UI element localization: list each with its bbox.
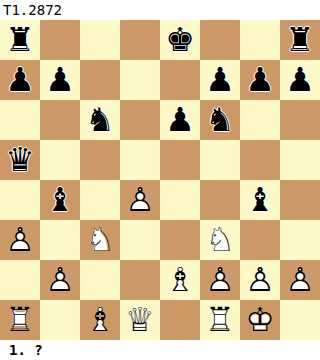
piece-glyph: ♞	[80, 100, 120, 140]
square-e1[interactable]	[160, 300, 200, 340]
square-h7[interactable]: ♟	[280, 60, 320, 100]
piece-glyph: ♚	[160, 20, 200, 60]
piece-glyph-outline: ♖	[200, 300, 240, 340]
piece-glyph: ♟	[240, 60, 280, 100]
square-a2[interactable]	[0, 260, 40, 300]
square-g8[interactable]	[240, 20, 280, 60]
square-b2[interactable]: ♟♙	[40, 260, 80, 300]
black-king-e8[interactable]: ♚	[160, 20, 200, 60]
square-g7[interactable]: ♟	[240, 60, 280, 100]
piece-glyph: ♝	[240, 180, 280, 220]
black-pawn-g7[interactable]: ♟	[240, 60, 280, 100]
square-h5[interactable]	[280, 140, 320, 180]
black-knight-f6[interactable]: ♞	[200, 100, 240, 140]
square-a4[interactable]	[0, 180, 40, 220]
square-a1[interactable]: ♜♖	[0, 300, 40, 340]
white-king-g1[interactable]: ♚♔	[240, 300, 280, 340]
square-c4[interactable]	[80, 180, 120, 220]
piece-glyph: ♝	[40, 180, 80, 220]
piece-glyph: ♟	[200, 60, 240, 100]
square-b8[interactable]	[40, 20, 80, 60]
square-a3[interactable]: ♟♙	[0, 220, 40, 260]
piece-glyph: ♟	[0, 60, 40, 100]
square-b1[interactable]	[40, 300, 80, 340]
piece-glyph: ♛	[0, 140, 40, 180]
chess-board: ♜♚♜♟♟♟♟♟♞♟♞♛♝♟♙♝♟♙♞♘♞♘♟♙♝♗♟♙♟♙♟♙♜♖♝♗♛♕♜♖…	[0, 20, 320, 340]
white-bishop-c1[interactable]: ♝♗	[80, 300, 120, 340]
square-a7[interactable]: ♟	[0, 60, 40, 100]
square-c1[interactable]: ♝♗	[80, 300, 120, 340]
square-g2[interactable]: ♟♙	[240, 260, 280, 300]
move-prompt: 1. ?	[0, 340, 320, 360]
square-d4[interactable]: ♟♙	[120, 180, 160, 220]
square-d1[interactable]: ♛♕	[120, 300, 160, 340]
white-pawn-a3[interactable]: ♟♙	[0, 220, 40, 260]
square-h4[interactable]	[280, 180, 320, 220]
piece-glyph-outline: ♙	[280, 260, 320, 300]
white-pawn-f2[interactable]: ♟♙	[200, 260, 240, 300]
square-h3[interactable]	[280, 220, 320, 260]
piece-glyph: ♟	[280, 60, 320, 100]
piece-glyph-outline: ♙	[200, 260, 240, 300]
white-queen-d1[interactable]: ♛♕	[120, 300, 160, 340]
black-pawn-h7[interactable]: ♟	[280, 60, 320, 100]
square-a6[interactable]	[0, 100, 40, 140]
square-e6[interactable]: ♟	[160, 100, 200, 140]
white-pawn-h2[interactable]: ♟♙	[280, 260, 320, 300]
square-h6[interactable]	[280, 100, 320, 140]
square-a5[interactable]: ♛	[0, 140, 40, 180]
square-h8[interactable]: ♜	[280, 20, 320, 60]
black-bishop-g4[interactable]: ♝	[240, 180, 280, 220]
square-b6[interactable]	[40, 100, 80, 140]
square-d6[interactable]	[120, 100, 160, 140]
square-c5[interactable]	[80, 140, 120, 180]
square-d8[interactable]	[120, 20, 160, 60]
square-a8[interactable]: ♜	[0, 20, 40, 60]
square-e5[interactable]	[160, 140, 200, 180]
white-pawn-d4[interactable]: ♟♙	[120, 180, 160, 220]
square-e8[interactable]: ♚	[160, 20, 200, 60]
piece-glyph-outline: ♔	[240, 300, 280, 340]
piece-glyph: ♟	[40, 60, 80, 100]
square-h2[interactable]: ♟♙	[280, 260, 320, 300]
square-c2[interactable]	[80, 260, 120, 300]
square-f1[interactable]: ♜♖	[200, 300, 240, 340]
black-pawn-a7[interactable]: ♟	[0, 60, 40, 100]
square-e3[interactable]	[160, 220, 200, 260]
piece-glyph-outline: ♗	[160, 260, 200, 300]
square-b3[interactable]	[40, 220, 80, 260]
piece-glyph-outline: ♙	[0, 220, 40, 260]
piece-glyph-outline: ♘	[80, 220, 120, 260]
white-bishop-e2[interactable]: ♝♗	[160, 260, 200, 300]
piece-glyph-outline: ♕	[120, 300, 160, 340]
black-rook-a8[interactable]: ♜	[0, 20, 40, 60]
piece-glyph: ♜	[280, 20, 320, 60]
black-knight-c6[interactable]: ♞	[80, 100, 120, 140]
piece-glyph-outline: ♘	[200, 220, 240, 260]
square-h1[interactable]	[280, 300, 320, 340]
square-g3[interactable]	[240, 220, 280, 260]
square-b4[interactable]: ♝	[40, 180, 80, 220]
black-rook-h8[interactable]: ♜	[280, 20, 320, 60]
square-f3[interactable]: ♞♘	[200, 220, 240, 260]
piece-glyph: ♞	[200, 100, 240, 140]
piece-glyph-outline: ♙	[120, 180, 160, 220]
square-c7[interactable]	[80, 60, 120, 100]
square-d5[interactable]	[120, 140, 160, 180]
square-f2[interactable]: ♟♙	[200, 260, 240, 300]
square-b7[interactable]: ♟	[40, 60, 80, 100]
square-d2[interactable]	[120, 260, 160, 300]
piece-glyph-outline: ♙	[240, 260, 280, 300]
white-pawn-g2[interactable]: ♟♙	[240, 260, 280, 300]
square-f8[interactable]	[200, 20, 240, 60]
square-c8[interactable]	[80, 20, 120, 60]
square-f6[interactable]: ♞	[200, 100, 240, 140]
square-g1[interactable]: ♚♔	[240, 300, 280, 340]
square-e4[interactable]	[160, 180, 200, 220]
square-c3[interactable]: ♞♘	[80, 220, 120, 260]
white-rook-f1[interactable]: ♜♖	[200, 300, 240, 340]
square-f4[interactable]	[200, 180, 240, 220]
square-d7[interactable]	[120, 60, 160, 100]
piece-glyph: ♟	[160, 100, 200, 140]
square-c6[interactable]: ♞	[80, 100, 120, 140]
piece-glyph-outline: ♙	[40, 260, 80, 300]
square-e7[interactable]	[160, 60, 200, 100]
square-g5[interactable]	[240, 140, 280, 180]
white-knight-c3[interactable]: ♞♘	[80, 220, 120, 260]
square-d3[interactable]	[120, 220, 160, 260]
puzzle-id: T1.2872	[0, 0, 320, 20]
black-pawn-b7[interactable]: ♟	[40, 60, 80, 100]
white-knight-f3[interactable]: ♞♘	[200, 220, 240, 260]
black-pawn-f7[interactable]: ♟	[200, 60, 240, 100]
white-rook-a1[interactable]: ♜♖	[0, 300, 40, 340]
white-pawn-b2[interactable]: ♟♙	[40, 260, 80, 300]
square-g4[interactable]: ♝	[240, 180, 280, 220]
square-f5[interactable]	[200, 140, 240, 180]
piece-glyph: ♜	[0, 20, 40, 60]
piece-glyph-outline: ♗	[80, 300, 120, 340]
square-g6[interactable]	[240, 100, 280, 140]
square-f7[interactable]: ♟	[200, 60, 240, 100]
black-queen-a5[interactable]: ♛	[0, 140, 40, 180]
black-bishop-b4[interactable]: ♝	[40, 180, 80, 220]
black-pawn-e6[interactable]: ♟	[160, 100, 200, 140]
square-b5[interactable]	[40, 140, 80, 180]
square-e2[interactable]: ♝♗	[160, 260, 200, 300]
piece-glyph-outline: ♖	[0, 300, 40, 340]
